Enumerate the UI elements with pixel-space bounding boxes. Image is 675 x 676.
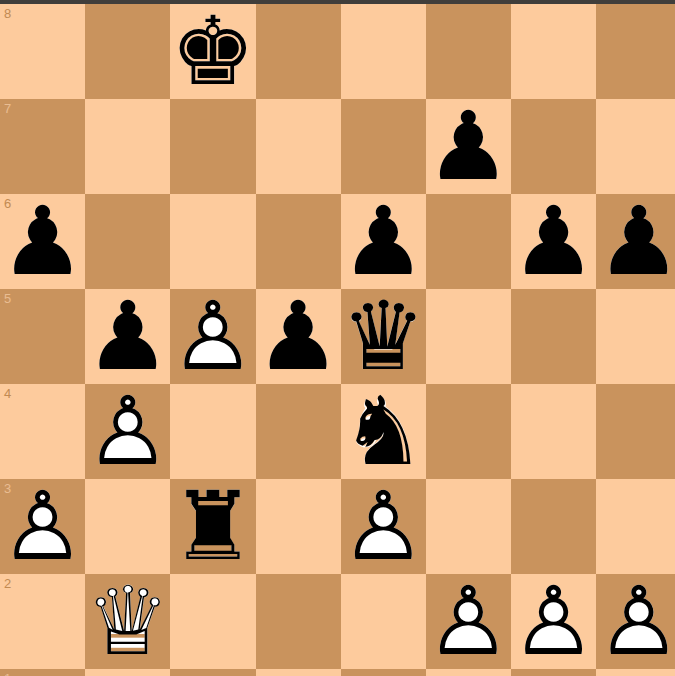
black-queen-icon: ♕ (341, 289, 426, 384)
white-pawn-icon: ♟ (511, 574, 596, 669)
square-g2[interactable]: ♟♙ (511, 574, 596, 669)
square-f7[interactable]: ♙♟ (426, 99, 511, 194)
square-b8[interactable] (85, 4, 170, 99)
white-queen-icon-outline: ♕ (85, 574, 170, 669)
square-e2[interactable] (341, 574, 426, 669)
square-d5[interactable]: ♙♟ (256, 289, 341, 384)
white-bishop-icon: ♝ (85, 669, 170, 676)
piece-white-pawn[interactable]: ♟♙ (511, 574, 596, 669)
square-b1[interactable]: b♝♗ (85, 669, 170, 676)
square-d8[interactable] (256, 4, 341, 99)
white-pawn-icon-outline: ♙ (426, 574, 511, 669)
square-c8[interactable]: ♔♚ (170, 4, 255, 99)
piece-black-rook[interactable]: ♖♜ (170, 479, 255, 574)
white-rook-icon-outline: ♖ (426, 669, 511, 676)
square-b7[interactable] (85, 99, 170, 194)
square-b3[interactable] (85, 479, 170, 574)
black-pawn-icon: ♙ (511, 194, 596, 289)
white-queen-icon: ♛ (85, 574, 170, 669)
white-pawn-icon-outline: ♙ (511, 574, 596, 669)
square-c1[interactable]: c (170, 669, 255, 676)
rank-label-8: 8 (4, 7, 11, 20)
piece-black-queen[interactable]: ♕♛ (341, 289, 426, 384)
square-h7[interactable] (596, 99, 675, 194)
white-king-icon: ♚ (511, 669, 596, 676)
square-g6[interactable]: ♙♟ (511, 194, 596, 289)
white-rook-icon: ♜ (426, 669, 511, 676)
white-king-icon-outline: ♔ (511, 669, 596, 676)
rank-label-1: 1 (4, 672, 11, 676)
square-c5[interactable]: ♟♙ (170, 289, 255, 384)
square-g1[interactable]: g♚♔ (511, 669, 596, 676)
square-h3[interactable] (596, 479, 675, 574)
piece-white-pawn[interactable]: ♟♙ (0, 479, 85, 574)
piece-black-pawn[interactable]: ♙♟ (426, 99, 511, 194)
square-e3[interactable]: ♟♙ (341, 479, 426, 574)
piece-white-pawn[interactable]: ♟♙ (596, 574, 675, 669)
square-f1[interactable]: f♜♖ (426, 669, 511, 676)
square-h2[interactable]: ♟♙ (596, 574, 675, 669)
black-pawn-icon: ♙ (0, 194, 85, 289)
square-a1[interactable]: 1a (0, 669, 85, 676)
square-c2[interactable] (170, 574, 255, 669)
chess-board: 8♔♚7♙♟6♙♟♙♟♙♟♙♟5♙♟♟♙♙♟♕♛4♟♙♘♞3♟♙♖♜♟♙2♛♕♟… (0, 4, 670, 671)
square-h6[interactable]: ♙♟ (596, 194, 675, 289)
square-c6[interactable] (170, 194, 255, 289)
square-a6[interactable]: 6♙♟ (0, 194, 85, 289)
piece-black-pawn[interactable]: ♙♟ (256, 289, 341, 384)
square-g7[interactable] (511, 99, 596, 194)
square-c3[interactable]: ♖♜ (170, 479, 255, 574)
square-g5[interactable] (511, 289, 596, 384)
square-d6[interactable] (256, 194, 341, 289)
black-pawn-icon: ♙ (85, 289, 170, 384)
white-pawn-icon: ♟ (341, 479, 426, 574)
square-h5[interactable] (596, 289, 675, 384)
piece-black-pawn[interactable]: ♙♟ (85, 289, 170, 384)
black-king-icon-outline: ♚ (170, 4, 255, 99)
board-frame: 8♔♚7♙♟6♙♟♙♟♙♟♙♟5♙♟♟♙♙♟♕♛4♟♙♘♞3♟♙♖♜♟♙2♛♕♟… (0, 0, 675, 676)
piece-white-king[interactable]: ♚♔ (511, 669, 596, 676)
white-pawn-icon-outline: ♙ (341, 479, 426, 574)
square-a7[interactable]: 7 (0, 99, 85, 194)
piece-black-pawn[interactable]: ♙♟ (511, 194, 596, 289)
square-f5[interactable] (426, 289, 511, 384)
square-a8[interactable]: 8 (0, 4, 85, 99)
rank-label-7: 7 (4, 102, 11, 115)
square-g4[interactable] (511, 384, 596, 479)
rank-label-4: 4 (4, 387, 11, 400)
black-pawn-icon: ♙ (426, 99, 511, 194)
white-pawn-icon: ♟ (426, 574, 511, 669)
piece-white-pawn[interactable]: ♟♙ (341, 479, 426, 574)
square-b2[interactable]: ♛♕ (85, 574, 170, 669)
square-b4[interactable]: ♟♙ (85, 384, 170, 479)
square-f4[interactable] (426, 384, 511, 479)
white-pawn-icon: ♟ (85, 384, 170, 479)
square-c7[interactable] (170, 99, 255, 194)
piece-black-pawn[interactable]: ♙♟ (596, 194, 675, 289)
square-f8[interactable] (426, 4, 511, 99)
square-b5[interactable]: ♙♟ (85, 289, 170, 384)
black-queen-icon-outline: ♛ (341, 289, 426, 384)
piece-white-bishop[interactable]: ♝♗ (85, 669, 170, 676)
black-pawn-icon-outline: ♟ (0, 194, 85, 289)
black-pawn-icon-outline: ♟ (85, 289, 170, 384)
square-f6[interactable] (426, 194, 511, 289)
black-pawn-icon: ♙ (596, 194, 675, 289)
square-b6[interactable] (85, 194, 170, 289)
square-h1[interactable]: h (596, 669, 675, 676)
square-f3[interactable] (426, 479, 511, 574)
square-f2[interactable]: ♟♙ (426, 574, 511, 669)
piece-white-pawn[interactable]: ♟♙ (85, 384, 170, 479)
square-e8[interactable] (341, 4, 426, 99)
square-d4[interactable] (256, 384, 341, 479)
black-pawn-icon-outline: ♟ (596, 194, 675, 289)
square-e7[interactable] (341, 99, 426, 194)
black-rook-icon: ♖ (170, 479, 255, 574)
piece-white-queen[interactable]: ♛♕ (85, 574, 170, 669)
square-h8[interactable] (596, 4, 675, 99)
square-g8[interactable] (511, 4, 596, 99)
black-pawn-icon-outline: ♟ (341, 194, 426, 289)
square-e6[interactable]: ♙♟ (341, 194, 426, 289)
piece-black-king[interactable]: ♔♚ (170, 4, 255, 99)
white-pawn-icon-outline: ♙ (85, 384, 170, 479)
black-pawn-icon-outline: ♟ (511, 194, 596, 289)
square-d3[interactable] (256, 479, 341, 574)
black-pawn-icon: ♙ (256, 289, 341, 384)
piece-black-knight[interactable]: ♘♞ (341, 384, 426, 479)
black-king-icon: ♔ (170, 4, 255, 99)
white-pawn-icon-outline: ♙ (0, 479, 85, 574)
black-pawn-icon-outline: ♟ (256, 289, 341, 384)
black-knight-icon-outline: ♞ (341, 384, 426, 479)
square-a5[interactable]: 5 (0, 289, 85, 384)
square-e4[interactable]: ♘♞ (341, 384, 426, 479)
square-e1[interactable]: e (341, 669, 426, 676)
white-pawn-icon: ♟ (596, 574, 675, 669)
square-d1[interactable]: d (256, 669, 341, 676)
piece-white-pawn[interactable]: ♟♙ (170, 289, 255, 384)
square-d7[interactable] (256, 99, 341, 194)
rank-label-5: 5 (4, 292, 11, 305)
white-pawn-icon: ♟ (170, 289, 255, 384)
square-h4[interactable] (596, 384, 675, 479)
black-knight-icon: ♘ (341, 384, 426, 479)
black-pawn-icon-outline: ♟ (426, 99, 511, 194)
white-pawn-icon: ♟ (0, 479, 85, 574)
square-g3[interactable] (511, 479, 596, 574)
square-d2[interactable] (256, 574, 341, 669)
square-a4[interactable]: 4 (0, 384, 85, 479)
white-bishop-icon-outline: ♗ (85, 669, 170, 676)
piece-white-pawn[interactable]: ♟♙ (426, 574, 511, 669)
white-pawn-icon-outline: ♙ (596, 574, 675, 669)
black-pawn-icon: ♙ (341, 194, 426, 289)
piece-white-rook[interactable]: ♜♖ (426, 669, 511, 676)
rank-label-2: 2 (4, 577, 11, 590)
square-a2[interactable]: 2 (0, 574, 85, 669)
square-c4[interactable] (170, 384, 255, 479)
black-rook-icon-outline: ♜ (170, 479, 255, 574)
square-e5[interactable]: ♕♛ (341, 289, 426, 384)
piece-black-pawn[interactable]: ♙♟ (341, 194, 426, 289)
white-pawn-icon-outline: ♙ (170, 289, 255, 384)
square-a3[interactable]: 3♟♙ (0, 479, 85, 574)
piece-black-pawn[interactable]: ♙♟ (0, 194, 85, 289)
